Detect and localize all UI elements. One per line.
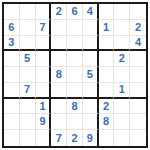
given-cell-r2c9[interactable]: 2 [130, 20, 146, 36]
cell-r5c8[interactable] [114, 67, 130, 83]
given-cell-r8c3[interactable]: 9 [36, 114, 52, 130]
cell-r8c5[interactable] [67, 114, 83, 130]
cell-r2c2[interactable] [20, 20, 36, 36]
cell-r6c5[interactable] [67, 83, 83, 99]
given-cell-r7c5[interactable]: 8 [67, 99, 83, 115]
cell-r7c2[interactable] [20, 99, 36, 115]
given-cell-r1c6[interactable]: 4 [83, 4, 99, 20]
cell-r2c8[interactable] [114, 20, 130, 36]
cell-r5c9[interactable] [130, 67, 146, 83]
cell-r1c2[interactable] [20, 4, 36, 20]
cell-r3c5[interactable] [67, 36, 83, 52]
cell-r6c4[interactable] [51, 83, 67, 99]
given-cell-r3c9[interactable]: 4 [130, 36, 146, 52]
cell-r5c2[interactable] [20, 67, 36, 83]
given-cell-r1c4[interactable]: 2 [51, 4, 67, 20]
cell-r7c1[interactable] [4, 99, 20, 115]
cell-r9c8[interactable] [114, 130, 130, 146]
cell-r6c3[interactable] [36, 83, 52, 99]
given-cell-r7c3[interactable]: 1 [36, 99, 52, 115]
cell-r1c3[interactable] [36, 4, 52, 20]
cell-r2c6[interactable] [83, 20, 99, 36]
given-cell-r7c7[interactable]: 2 [99, 99, 115, 115]
cell-r3c7[interactable] [99, 36, 115, 52]
cell-r1c7[interactable] [99, 4, 115, 20]
given-cell-r4c8[interactable]: 2 [114, 51, 130, 67]
cell-r4c5[interactable] [67, 51, 83, 67]
cell-r5c3[interactable] [36, 67, 52, 83]
cell-r5c5[interactable] [67, 67, 83, 83]
cell-r1c8[interactable] [114, 4, 130, 20]
given-cell-r2c7[interactable]: 1 [99, 20, 115, 36]
cell-r9c3[interactable] [36, 130, 52, 146]
cell-r3c3[interactable] [36, 36, 52, 52]
given-cell-r5c4[interactable]: 8 [51, 67, 67, 83]
cell-r4c9[interactable] [130, 51, 146, 67]
cell-r5c1[interactable] [4, 67, 20, 83]
cell-r4c7[interactable] [99, 51, 115, 67]
cell-r9c9[interactable] [130, 130, 146, 146]
cell-r8c2[interactable] [20, 114, 36, 130]
cell-r7c6[interactable] [83, 99, 99, 115]
cell-r6c1[interactable] [4, 83, 20, 99]
cell-r8c9[interactable] [130, 114, 146, 130]
given-cell-r3c1[interactable]: 3 [4, 36, 20, 52]
cell-r9c1[interactable] [4, 130, 20, 146]
cell-r9c7[interactable] [99, 130, 115, 146]
cell-r7c8[interactable] [114, 99, 130, 115]
given-cell-r6c8[interactable]: 1 [114, 83, 130, 99]
sudoku-board: 26467123452857118298729 [2, 2, 148, 148]
cell-r3c2[interactable] [20, 36, 36, 52]
given-cell-r1c5[interactable]: 6 [67, 4, 83, 20]
cell-r1c1[interactable] [4, 4, 20, 20]
cell-r3c4[interactable] [51, 36, 67, 52]
cell-r7c9[interactable] [130, 99, 146, 115]
cell-r8c1[interactable] [4, 114, 20, 130]
cell-r4c1[interactable] [4, 51, 20, 67]
cell-r3c6[interactable] [83, 36, 99, 52]
given-cell-r8c7[interactable]: 8 [99, 114, 115, 130]
cell-r6c6[interactable] [83, 83, 99, 99]
given-cell-r9c6[interactable]: 9 [83, 130, 99, 146]
cell-r8c4[interactable] [51, 114, 67, 130]
given-cell-r9c4[interactable]: 7 [51, 130, 67, 146]
cell-r6c7[interactable] [99, 83, 115, 99]
given-cell-r5c6[interactable]: 5 [83, 67, 99, 83]
cell-r6c9[interactable] [130, 83, 146, 99]
cell-r5c7[interactable] [99, 67, 115, 83]
given-cell-r9c5[interactable]: 2 [67, 130, 83, 146]
given-cell-r6c2[interactable]: 7 [20, 83, 36, 99]
given-cell-r4c2[interactable]: 5 [20, 51, 36, 67]
cell-r4c6[interactable] [83, 51, 99, 67]
cell-r4c3[interactable] [36, 51, 52, 67]
cell-r1c9[interactable] [130, 4, 146, 20]
cell-r8c8[interactable] [114, 114, 130, 130]
cell-r7c4[interactable] [51, 99, 67, 115]
cell-r4c4[interactable] [51, 51, 67, 67]
cell-r9c2[interactable] [20, 130, 36, 146]
given-cell-r2c1[interactable]: 6 [4, 20, 20, 36]
cell-r3c8[interactable] [114, 36, 130, 52]
cell-r8c6[interactable] [83, 114, 99, 130]
cell-r2c4[interactable] [51, 20, 67, 36]
cell-r2c5[interactable] [67, 20, 83, 36]
given-cell-r2c3[interactable]: 7 [36, 20, 52, 36]
